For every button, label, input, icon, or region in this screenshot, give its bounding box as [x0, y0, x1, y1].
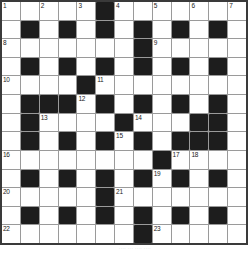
- clue-number-14: 14: [135, 114, 142, 121]
- black-cell-5-1: [21, 95, 39, 113]
- cell-4-6[interactable]: [115, 76, 133, 94]
- black-cell-2-7: [134, 39, 152, 57]
- cell-6-4[interactable]: [77, 114, 95, 132]
- black-cell-3-1: [21, 58, 39, 76]
- black-cell-11-3: [59, 207, 77, 225]
- black-cell-3-11: [209, 58, 227, 76]
- black-cell-6-1: [21, 114, 39, 132]
- clue-number-12: 12: [78, 95, 85, 102]
- black-cell-7-7: [134, 132, 152, 150]
- cell-8-9[interactable]: 17: [172, 151, 190, 169]
- clue-number-2: 2: [41, 2, 44, 9]
- cell-6-0[interactable]: [2, 114, 20, 132]
- black-cell-9-11: [209, 170, 227, 188]
- cell-2-12[interactable]: [228, 39, 246, 57]
- cell-10-3[interactable]: [59, 188, 77, 206]
- clue-number-21: 21: [116, 188, 123, 195]
- clue-number-22: 22: [3, 225, 10, 232]
- cell-8-7[interactable]: [134, 151, 152, 169]
- cell-1-8[interactable]: [153, 21, 171, 39]
- cell-4-7[interactable]: [134, 76, 152, 94]
- cell-6-7[interactable]: 14: [134, 114, 152, 132]
- cell-6-9[interactable]: [172, 114, 190, 132]
- black-cell-8-8: [153, 151, 171, 169]
- cell-10-2[interactable]: [40, 188, 58, 206]
- clue-number-4: 4: [116, 2, 119, 9]
- cell-3-6[interactable]: [115, 58, 133, 76]
- cell-5-8[interactable]: [153, 95, 171, 113]
- cell-8-11[interactable]: [209, 151, 227, 169]
- black-cell-0-5: [96, 2, 114, 20]
- cell-0-10[interactable]: 6: [190, 2, 208, 20]
- clue-number-19: 19: [154, 170, 161, 177]
- cell-6-2[interactable]: 13: [40, 114, 58, 132]
- cell-5-4[interactable]: 12: [77, 95, 95, 113]
- cell-5-0[interactable]: [2, 95, 20, 113]
- clue-number-11: 11: [97, 76, 103, 83]
- black-cell-4-4: [77, 76, 95, 94]
- cell-11-0[interactable]: [2, 207, 20, 225]
- cell-12-8[interactable]: 23: [153, 225, 171, 243]
- grid-caption: ···· ··· ···· ····: [0, 245, 248, 253]
- black-cell-9-1: [21, 170, 39, 188]
- black-cell-12-7: [134, 225, 152, 243]
- cell-0-3[interactable]: [59, 2, 77, 20]
- clue-number-17: 17: [173, 151, 180, 158]
- black-cell-1-7: [134, 21, 152, 39]
- clue-number-3: 3: [78, 2, 81, 9]
- cell-2-11[interactable]: [209, 39, 227, 57]
- cell-12-0[interactable]: 22: [2, 225, 20, 243]
- black-cell-6-11: [209, 114, 227, 132]
- cell-8-10[interactable]: 18: [190, 151, 208, 169]
- cell-9-6[interactable]: [115, 170, 133, 188]
- clue-number-8: 8: [3, 39, 6, 46]
- cell-6-12[interactable]: [228, 114, 246, 132]
- black-cell-5-5: [96, 95, 114, 113]
- cell-11-12[interactable]: [228, 207, 246, 225]
- clue-number-9: 9: [154, 39, 157, 46]
- cell-8-5[interactable]: [96, 151, 114, 169]
- cell-10-9[interactable]: [172, 188, 190, 206]
- black-cell-7-10: [190, 132, 208, 150]
- cell-10-0[interactable]: 20: [2, 188, 20, 206]
- black-cell-7-11: [209, 132, 227, 150]
- cell-12-5[interactable]: [96, 225, 114, 243]
- cell-8-6[interactable]: [115, 151, 133, 169]
- cell-5-12[interactable]: [228, 95, 246, 113]
- cell-8-2[interactable]: [40, 151, 58, 169]
- black-cell-5-3: [59, 95, 77, 113]
- cell-10-4[interactable]: [77, 188, 95, 206]
- cell-10-1[interactable]: [21, 188, 39, 206]
- cell-2-2[interactable]: [40, 39, 58, 57]
- cell-12-6[interactable]: [115, 225, 133, 243]
- clue-number-6: 6: [191, 2, 194, 9]
- black-cell-1-11: [209, 21, 227, 39]
- black-cell-3-3: [59, 58, 77, 76]
- black-cell-9-3: [59, 170, 77, 188]
- cell-7-2[interactable]: [40, 132, 58, 150]
- cell-3-12[interactable]: [228, 58, 246, 76]
- cell-6-8[interactable]: [153, 114, 171, 132]
- cell-0-1[interactable]: [21, 2, 39, 20]
- black-cell-5-7: [134, 95, 152, 113]
- cell-2-1[interactable]: [21, 39, 39, 57]
- cell-0-12[interactable]: 7: [228, 2, 246, 20]
- clue-number-16: 16: [3, 151, 10, 158]
- cell-0-2[interactable]: 2: [40, 2, 58, 20]
- black-cell-9-5: [96, 170, 114, 188]
- cell-4-0[interactable]: 10: [2, 76, 20, 94]
- cell-2-9[interactable]: [172, 39, 190, 57]
- cell-2-10[interactable]: [190, 39, 208, 57]
- cell-2-0[interactable]: 8: [2, 39, 20, 57]
- black-cell-3-5: [96, 58, 114, 76]
- cell-3-4[interactable]: [77, 58, 95, 76]
- black-cell-5-2: [40, 95, 58, 113]
- cell-5-10[interactable]: [190, 95, 208, 113]
- black-cell-10-5: [96, 188, 114, 206]
- crossword-grid: 1234567891011121314151617181920212223: [0, 0, 248, 245]
- cell-10-10[interactable]: [190, 188, 208, 206]
- cell-3-0[interactable]: [2, 58, 20, 76]
- cell-9-2[interactable]: [40, 170, 58, 188]
- cell-0-11[interactable]: [209, 2, 227, 20]
- cell-9-0[interactable]: [2, 170, 20, 188]
- clue-number-23: 23: [154, 225, 161, 232]
- cell-0-0[interactable]: 1: [2, 2, 20, 20]
- cell-12-10[interactable]: [190, 225, 208, 243]
- black-cell-9-9: [172, 170, 190, 188]
- cell-10-6[interactable]: 21: [115, 188, 133, 206]
- black-cell-1-1: [21, 21, 39, 39]
- cell-1-4[interactable]: [77, 21, 95, 39]
- cell-1-12[interactable]: [228, 21, 246, 39]
- cell-12-1[interactable]: [21, 225, 39, 243]
- black-cell-11-9: [172, 207, 190, 225]
- cell-0-9[interactable]: [172, 2, 190, 20]
- cell-7-8[interactable]: [153, 132, 171, 150]
- cell-2-6[interactable]: [115, 39, 133, 57]
- cell-10-8[interactable]: [153, 188, 171, 206]
- clue-number-5: 5: [154, 2, 157, 9]
- black-cell-7-3: [59, 132, 77, 150]
- cell-1-0[interactable]: [2, 21, 20, 39]
- black-cell-1-3: [59, 21, 77, 39]
- clue-number-10: 10: [3, 76, 10, 83]
- black-cell-1-9: [172, 21, 190, 39]
- clue-number-1: 1: [3, 2, 6, 9]
- black-cell-3-9: [172, 58, 190, 76]
- cell-4-2[interactable]: [40, 76, 58, 94]
- cell-4-9[interactable]: [172, 76, 190, 94]
- cell-12-3[interactable]: [59, 225, 77, 243]
- cell-12-12[interactable]: [228, 225, 246, 243]
- cell-2-8[interactable]: 9: [153, 39, 171, 57]
- cell-7-12[interactable]: [228, 132, 246, 150]
- cell-0-8[interactable]: 5: [153, 2, 171, 20]
- black-cell-5-11: [209, 95, 227, 113]
- cell-9-12[interactable]: [228, 170, 246, 188]
- cell-4-10[interactable]: [190, 76, 208, 94]
- cell-1-6[interactable]: [115, 21, 133, 39]
- cell-4-1[interactable]: [21, 76, 39, 94]
- black-cell-6-6: [115, 114, 133, 132]
- cell-12-2[interactable]: [40, 225, 58, 243]
- cell-5-6[interactable]: [115, 95, 133, 113]
- black-cell-11-11: [209, 207, 227, 225]
- cell-9-10[interactable]: [190, 170, 208, 188]
- cell-2-4[interactable]: [77, 39, 95, 57]
- cell-3-8[interactable]: [153, 58, 171, 76]
- cell-11-2[interactable]: [40, 207, 58, 225]
- clue-number-7: 7: [229, 2, 232, 9]
- cell-8-12[interactable]: [228, 151, 246, 169]
- cell-2-5[interactable]: [96, 39, 114, 57]
- cell-12-11[interactable]: [209, 225, 227, 243]
- cell-9-8[interactable]: 19: [153, 170, 171, 188]
- black-cell-6-10: [190, 114, 208, 132]
- clue-number-18: 18: [191, 151, 198, 158]
- black-cell-11-7: [134, 207, 152, 225]
- black-cell-3-7: [134, 58, 152, 76]
- cell-6-5[interactable]: [96, 114, 114, 132]
- cell-4-3[interactable]: [59, 76, 77, 94]
- cell-8-4[interactable]: [77, 151, 95, 169]
- cell-2-3[interactable]: [59, 39, 77, 57]
- cell-4-11[interactable]: [209, 76, 227, 94]
- cell-3-10[interactable]: [190, 58, 208, 76]
- clue-number-20: 20: [3, 188, 10, 195]
- cell-7-6[interactable]: 15: [115, 132, 133, 150]
- cell-0-7[interactable]: [134, 2, 152, 20]
- cell-8-0[interactable]: 16: [2, 151, 20, 169]
- cell-0-4[interactable]: 3: [77, 2, 95, 20]
- cell-9-4[interactable]: [77, 170, 95, 188]
- black-cell-7-1: [21, 132, 39, 150]
- cell-0-6[interactable]: 4: [115, 2, 133, 20]
- cell-10-12[interactable]: [228, 188, 246, 206]
- cell-8-3[interactable]: [59, 151, 77, 169]
- cell-11-8[interactable]: [153, 207, 171, 225]
- cell-4-5[interactable]: 11: [96, 76, 114, 94]
- cell-10-11[interactable]: [209, 188, 227, 206]
- black-cell-9-7: [134, 170, 152, 188]
- cell-11-10[interactable]: [190, 207, 208, 225]
- cell-1-10[interactable]: [190, 21, 208, 39]
- cell-11-4[interactable]: [77, 207, 95, 225]
- black-cell-1-5: [96, 21, 114, 39]
- cell-7-0[interactable]: [2, 132, 20, 150]
- cell-8-1[interactable]: [21, 151, 39, 169]
- black-cell-7-9: [172, 132, 190, 150]
- cell-6-3[interactable]: [59, 114, 77, 132]
- black-cell-11-1: [21, 207, 39, 225]
- black-cell-7-5: [96, 132, 114, 150]
- clue-number-13: 13: [41, 114, 48, 121]
- black-cell-5-9: [172, 95, 190, 113]
- clue-number-15: 15: [116, 132, 123, 139]
- cell-10-7[interactable]: [134, 188, 152, 206]
- cell-3-2[interactable]: [40, 58, 58, 76]
- cell-11-6[interactable]: [115, 207, 133, 225]
- cell-12-9[interactable]: [172, 225, 190, 243]
- cell-12-4[interactable]: [77, 225, 95, 243]
- cell-4-12[interactable]: [228, 76, 246, 94]
- cell-1-2[interactable]: [40, 21, 58, 39]
- black-cell-11-5: [96, 207, 114, 225]
- cell-4-8[interactable]: [153, 76, 171, 94]
- cell-7-4[interactable]: [77, 132, 95, 150]
